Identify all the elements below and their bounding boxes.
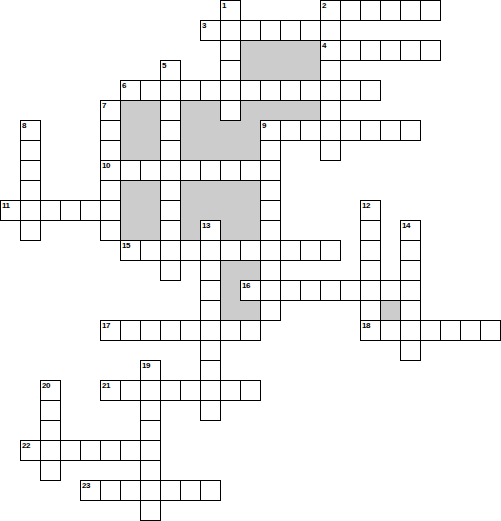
cell-r16-c22[interactable] <box>440 320 461 341</box>
cell-r14-c16[interactable] <box>320 280 341 301</box>
cell-r16-c6[interactable] <box>120 320 141 341</box>
cell-r0-c18[interactable] <box>360 0 381 21</box>
shaded-cell-r5-c9 <box>180 100 201 121</box>
cell-r10-c1[interactable] <box>20 200 41 221</box>
cell-r1-c14[interactable] <box>280 20 301 41</box>
cell-r17-c10[interactable] <box>200 340 221 361</box>
shaded-cell-r10-c11 <box>220 200 241 221</box>
clue-number-22: 22 <box>22 441 30 450</box>
cell-r6-c15[interactable] <box>300 120 321 141</box>
cell-r8-c8[interactable] <box>160 160 181 181</box>
cell-r4-c16[interactable] <box>320 80 341 101</box>
cell-r2-c17[interactable] <box>340 40 361 61</box>
cell-r19-c7[interactable] <box>140 380 161 401</box>
cell-r11-c8[interactable] <box>160 220 181 241</box>
shaded-cell-r2-c13 <box>260 40 281 61</box>
cell-r16-c20[interactable] <box>400 320 421 341</box>
clue-number-10: 10 <box>102 161 110 170</box>
cell-r12-c18[interactable] <box>360 240 381 261</box>
cell-r11-c18[interactable] <box>360 220 381 241</box>
cell-r16-c9[interactable] <box>180 320 201 341</box>
cell-r2-c21[interactable] <box>420 40 441 61</box>
cell-r14-c10[interactable] <box>200 280 221 301</box>
cell-r7-c1[interactable] <box>20 140 41 161</box>
cell-r12-c10[interactable] <box>200 240 221 261</box>
cell-r19-c2[interactable]: 20 <box>40 380 61 401</box>
shaded-cell-r5-c12 <box>240 100 261 121</box>
cell-r11-c13[interactable] <box>260 220 281 241</box>
shaded-cell-r9-c10 <box>200 180 221 201</box>
shaded-cell-r10-c6 <box>120 200 141 221</box>
crossword-grid: 1234567891011121314151617181920212223 <box>0 0 501 521</box>
cell-r1-c11[interactable] <box>220 20 241 41</box>
clue-number-9: 9 <box>262 121 266 130</box>
cell-r14-c18[interactable] <box>360 280 381 301</box>
cell-r14-c20[interactable] <box>400 280 421 301</box>
cell-r15-c13[interactable] <box>260 300 281 321</box>
cell-r0-c11[interactable]: 1 <box>220 0 241 21</box>
cell-r18-c10[interactable] <box>200 360 221 381</box>
cell-r14-c19[interactable] <box>380 280 401 301</box>
cell-r19-c10[interactable] <box>200 380 221 401</box>
shaded-cell-r7-c10 <box>200 140 221 161</box>
cell-r10-c13[interactable] <box>260 200 281 221</box>
cell-r20-c10[interactable] <box>200 400 221 421</box>
cell-r6-c14[interactable] <box>280 120 301 141</box>
clue-number-16: 16 <box>242 281 250 290</box>
cell-r13-c18[interactable] <box>360 260 381 281</box>
cell-r13-c13[interactable] <box>260 260 281 281</box>
shaded-cell-r7-c9 <box>180 140 201 161</box>
cell-r6-c1[interactable]: 8 <box>20 120 41 141</box>
cell-r8-c1[interactable] <box>20 160 41 181</box>
cell-r6-c8[interactable] <box>160 120 181 141</box>
cell-r22-c6[interactable] <box>120 440 141 461</box>
shaded-cell-r2-c12 <box>240 40 261 61</box>
shaded-cell-r15-c11 <box>220 300 241 321</box>
cell-r16-c23[interactable] <box>460 320 481 341</box>
shaded-cell-r11-c12 <box>240 220 261 241</box>
cell-r4-c15[interactable] <box>300 80 321 101</box>
cell-r12-c8[interactable] <box>160 240 181 261</box>
clue-number-12: 12 <box>362 201 370 210</box>
cell-r16-c19[interactable] <box>380 320 401 341</box>
cell-r6-c20[interactable] <box>400 120 421 141</box>
cell-r1-c13[interactable] <box>260 20 281 41</box>
clue-number-14: 14 <box>402 221 410 230</box>
cell-r0-c19[interactable] <box>380 0 401 21</box>
cell-r12-c16[interactable] <box>320 240 341 261</box>
shaded-cell-r7-c6 <box>120 140 141 161</box>
cell-r5-c11[interactable] <box>220 100 241 121</box>
shaded-cell-r6-c11 <box>220 120 241 141</box>
shaded-cell-r5-c14 <box>280 100 301 121</box>
cell-r21-c2[interactable] <box>40 420 61 441</box>
cell-r9-c1[interactable] <box>20 180 41 201</box>
cell-r5-c5[interactable]: 7 <box>100 100 121 121</box>
clue-number-11: 11 <box>2 201 9 210</box>
cell-r12-c15[interactable] <box>300 240 321 261</box>
cell-r23-c2[interactable] <box>40 460 61 481</box>
shaded-cell-r11-c7 <box>140 220 161 241</box>
cell-r12-c11[interactable] <box>220 240 241 261</box>
shaded-cell-r3-c15 <box>300 60 321 81</box>
cell-r6-c18[interactable] <box>360 120 381 141</box>
cell-r4-c11[interactable] <box>220 80 241 101</box>
cell-r12-c7[interactable] <box>140 240 161 261</box>
shaded-cell-r11-c6 <box>120 220 141 241</box>
cell-r4-c6[interactable]: 6 <box>120 80 141 101</box>
cell-r6-c5[interactable] <box>100 120 121 141</box>
cell-r20-c7[interactable] <box>140 400 161 421</box>
cell-r8-c13[interactable] <box>260 160 281 181</box>
cell-r2-c18[interactable] <box>360 40 381 61</box>
shaded-cell-r3-c13 <box>260 60 281 81</box>
cell-r14-c14[interactable] <box>280 280 301 301</box>
cell-r5-c8[interactable] <box>160 100 181 121</box>
cell-r7-c5[interactable] <box>100 140 121 161</box>
clue-number-1: 1 <box>222 1 226 10</box>
clue-number-6: 6 <box>122 81 126 90</box>
cell-r25-c7[interactable] <box>140 500 161 521</box>
cell-r24-c9[interactable] <box>180 480 201 501</box>
cell-r10-c3[interactable] <box>60 200 81 221</box>
cell-r12-c20[interactable] <box>400 240 421 261</box>
cell-r0-c21[interactable] <box>420 0 441 21</box>
cell-r18-c7[interactable]: 19 <box>140 360 161 381</box>
cell-r21-c7[interactable] <box>140 420 161 441</box>
cell-r13-c8[interactable] <box>160 260 181 281</box>
clue-number-5: 5 <box>162 61 166 70</box>
cell-r16-c5[interactable]: 17 <box>100 320 121 341</box>
cell-r22-c1[interactable]: 22 <box>20 440 41 461</box>
cell-r16-c10[interactable] <box>200 320 221 341</box>
cell-r19-c11[interactable] <box>220 380 241 401</box>
shaded-cell-r11-c9 <box>180 220 201 241</box>
shaded-cell-r10-c10 <box>200 200 221 221</box>
shaded-cell-r6-c12 <box>240 120 261 141</box>
shaded-cell-r9-c7 <box>140 180 161 201</box>
cell-r2-c19[interactable] <box>380 40 401 61</box>
cell-r2-c11[interactable] <box>220 40 241 61</box>
cell-r19-c6[interactable] <box>120 380 141 401</box>
cell-r8-c6[interactable] <box>120 160 141 181</box>
cell-r3-c8[interactable]: 5 <box>160 60 181 81</box>
shaded-cell-r13-c12 <box>240 260 261 281</box>
shaded-cell-r9-c6 <box>120 180 141 201</box>
cell-r16-c12[interactable] <box>240 320 261 341</box>
cell-r20-c2[interactable] <box>40 400 61 421</box>
shaded-cell-r7-c12 <box>240 140 261 161</box>
shaded-cell-r5-c6 <box>120 100 141 121</box>
cell-r0-c16[interactable]: 2 <box>320 0 341 21</box>
cell-r4-c9[interactable] <box>180 80 201 101</box>
shaded-cell-r5-c13 <box>260 100 281 121</box>
clue-number-4: 4 <box>322 41 326 50</box>
clue-number-8: 8 <box>22 121 26 130</box>
shaded-cell-r9-c11 <box>220 180 241 201</box>
clue-number-3: 3 <box>202 21 206 30</box>
shaded-cell-r2-c15 <box>300 40 321 61</box>
cell-r13-c20[interactable] <box>400 260 421 281</box>
cell-r0-c17[interactable] <box>340 0 361 21</box>
cell-r12-c6[interactable]: 15 <box>120 240 141 261</box>
cell-r12-c14[interactable] <box>280 240 301 261</box>
cell-r6-c17[interactable] <box>340 120 361 141</box>
clue-number-18: 18 <box>362 321 370 330</box>
cell-r7-c16[interactable] <box>320 140 341 161</box>
cell-r11-c10[interactable]: 13 <box>200 220 221 241</box>
cell-r24-c8[interactable] <box>160 480 181 501</box>
cell-r6-c16[interactable] <box>320 120 341 141</box>
cell-r16-c8[interactable] <box>160 320 181 341</box>
cell-r6-c19[interactable] <box>380 120 401 141</box>
shaded-cell-r11-c11 <box>220 220 241 241</box>
cell-r8-c11[interactable] <box>220 160 241 181</box>
shaded-cell-r2-c14 <box>280 40 301 61</box>
cell-r12-c13[interactable] <box>260 240 281 261</box>
shaded-cell-r6-c10 <box>200 120 221 141</box>
cell-r14-c13[interactable] <box>260 280 281 301</box>
cell-r23-c7[interactable] <box>140 460 161 481</box>
cell-r3-c16[interactable] <box>320 60 341 81</box>
clue-number-17: 17 <box>102 321 110 330</box>
cell-r4-c10[interactable] <box>200 80 221 101</box>
cell-r22-c2[interactable] <box>40 440 61 461</box>
cell-r9-c5[interactable] <box>100 180 121 201</box>
cell-r6-c13[interactable]: 9 <box>260 120 281 141</box>
clue-number-20: 20 <box>42 381 50 390</box>
cell-r4-c8[interactable] <box>160 80 181 101</box>
cell-r16-c18[interactable]: 18 <box>360 320 381 341</box>
cell-r3-c11[interactable] <box>220 60 241 81</box>
cell-r8-c7[interactable] <box>140 160 161 181</box>
cell-r2-c20[interactable] <box>400 40 421 61</box>
cell-r1-c16[interactable] <box>320 20 341 41</box>
cell-r7-c8[interactable] <box>160 140 181 161</box>
cell-r22-c5[interactable] <box>100 440 121 461</box>
cell-r9-c8[interactable] <box>160 180 181 201</box>
cell-r11-c5[interactable] <box>100 220 121 241</box>
cell-r10-c0[interactable]: 11 <box>0 200 21 221</box>
cell-r8-c9[interactable] <box>180 160 201 181</box>
cell-r16-c21[interactable] <box>420 320 441 341</box>
cell-r22-c3[interactable] <box>60 440 81 461</box>
cell-r16-c7[interactable] <box>140 320 161 341</box>
cell-r16-c11[interactable] <box>220 320 241 341</box>
cell-r1-c10[interactable]: 3 <box>200 20 221 41</box>
cell-r12-c9[interactable] <box>180 240 201 261</box>
cell-r15-c18[interactable] <box>360 300 381 321</box>
cell-r7-c13[interactable] <box>260 140 281 161</box>
cell-r10-c4[interactable] <box>80 200 101 221</box>
cell-r24-c7[interactable] <box>140 480 161 501</box>
shaded-cell-r7-c11 <box>220 140 241 161</box>
shaded-cell-r6-c9 <box>180 120 201 141</box>
shaded-cell-r10-c12 <box>240 200 261 221</box>
clue-number-7: 7 <box>102 101 106 110</box>
cell-r14-c15[interactable] <box>300 280 321 301</box>
clue-number-13: 13 <box>202 221 210 230</box>
cell-r8-c12[interactable] <box>240 160 261 181</box>
clue-number-19: 19 <box>142 361 150 370</box>
cell-r19-c9[interactable] <box>180 380 201 401</box>
shaded-cell-r5-c15 <box>300 100 321 121</box>
cell-r8-c10[interactable] <box>200 160 221 181</box>
cell-r22-c4[interactable] <box>80 440 101 461</box>
cell-r4-c17[interactable] <box>340 80 361 101</box>
shaded-cell-r10-c7 <box>140 200 161 221</box>
cell-r10-c2[interactable] <box>40 200 61 221</box>
cell-r12-c12[interactable] <box>240 240 261 261</box>
cell-r1-c12[interactable] <box>240 20 261 41</box>
shaded-cell-r7-c7 <box>140 140 161 161</box>
clue-number-15: 15 <box>122 241 130 250</box>
shaded-cell-r9-c12 <box>240 180 261 201</box>
clue-number-2: 2 <box>322 1 326 10</box>
cell-r14-c12[interactable]: 16 <box>240 280 261 301</box>
cell-r10-c5[interactable] <box>100 200 121 221</box>
cell-r10-c18[interactable]: 12 <box>360 200 381 221</box>
cell-r0-c20[interactable] <box>400 0 421 21</box>
cell-r24-c10[interactable] <box>200 480 221 501</box>
cell-r11-c1[interactable] <box>20 220 41 241</box>
clue-number-23: 23 <box>82 481 90 490</box>
cell-r17-c20[interactable] <box>400 340 421 361</box>
cell-r19-c8[interactable] <box>160 380 181 401</box>
shaded-cell-r5-c7 <box>140 100 161 121</box>
cell-r9-c13[interactable] <box>260 180 281 201</box>
cell-r4-c18[interactable] <box>360 80 381 101</box>
shaded-cell-r15-c19 <box>380 300 401 321</box>
cell-r24-c6[interactable] <box>120 480 141 501</box>
shaded-cell-r3-c14 <box>280 60 301 81</box>
cell-r13-c10[interactable] <box>200 260 221 281</box>
cell-r11-c20[interactable]: 14 <box>400 220 421 241</box>
shaded-cell-r9-c9 <box>180 180 201 201</box>
shaded-cell-r14-c11 <box>220 280 241 301</box>
cell-r4-c13[interactable] <box>260 80 281 101</box>
cell-r4-c7[interactable] <box>140 80 161 101</box>
shaded-cell-r3-c12 <box>240 60 261 81</box>
cell-r5-c16[interactable] <box>320 100 341 121</box>
cell-r8-c5[interactable]: 10 <box>100 160 121 181</box>
cell-r2-c16[interactable]: 4 <box>320 40 341 61</box>
cell-r19-c12[interactable] <box>240 380 261 401</box>
shaded-cell-r6-c6 <box>120 120 141 141</box>
cell-r14-c17[interactable] <box>340 280 361 301</box>
shaded-cell-r10-c9 <box>180 200 201 221</box>
cell-r1-c15[interactable] <box>300 20 321 41</box>
cell-r4-c14[interactable] <box>280 80 301 101</box>
shaded-cell-r13-c11 <box>220 260 241 281</box>
clue-number-21: 21 <box>102 381 110 390</box>
cell-r10-c8[interactable] <box>160 200 181 221</box>
cell-r16-c24[interactable] <box>480 320 501 341</box>
cell-r24-c4[interactable]: 23 <box>80 480 101 501</box>
cell-r24-c5[interactable] <box>100 480 121 501</box>
cell-r15-c20[interactable] <box>400 300 421 321</box>
cell-r22-c7[interactable] <box>140 440 161 461</box>
shaded-cell-r15-c12 <box>240 300 261 321</box>
cell-r15-c10[interactable] <box>200 300 221 321</box>
shaded-cell-r6-c7 <box>140 120 161 141</box>
cell-r19-c5[interactable]: 21 <box>100 380 121 401</box>
shaded-cell-r5-c10 <box>200 100 221 121</box>
cell-r4-c12[interactable] <box>240 80 261 101</box>
